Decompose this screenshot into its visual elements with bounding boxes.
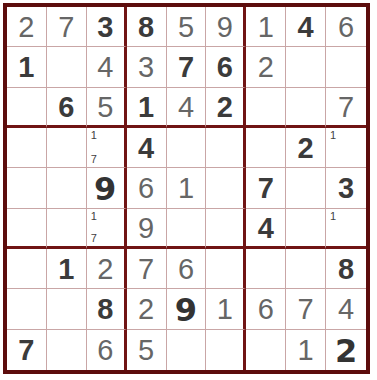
cell-r7c1[interactable] xyxy=(7,249,47,289)
cell-r8c8[interactable]: 7 xyxy=(286,289,326,329)
cell-r3c7[interactable] xyxy=(246,88,286,128)
cell-r7c2[interactable]: 1 xyxy=(47,249,87,289)
cell-r3c3[interactable]: 5 xyxy=(87,88,127,128)
cell-r9c6[interactable] xyxy=(206,330,246,370)
digit-solved: 7 xyxy=(298,295,314,324)
cell-r1c4[interactable]: 8 xyxy=(127,7,167,47)
cell-r1c1[interactable]: 2 xyxy=(7,7,47,47)
cell-r9c1[interactable]: 7 xyxy=(7,330,47,370)
cell-r6c6[interactable] xyxy=(206,209,246,249)
cell-r4c7[interactable] xyxy=(246,128,286,168)
digit-given: 8 xyxy=(97,295,113,324)
cell-r4c2[interactable] xyxy=(47,128,87,168)
cell-r9c9[interactable]: 2 xyxy=(326,330,366,370)
digit-given: 3 xyxy=(97,13,113,42)
cell-r4c3[interactable]: 17 xyxy=(87,128,127,168)
cell-r6c3[interactable]: 17 xyxy=(87,209,127,249)
digit-given: 7 xyxy=(178,53,194,82)
cell-r8c9[interactable]: 4 xyxy=(326,289,366,329)
cell-r7c5[interactable]: 6 xyxy=(167,249,207,289)
digit-solved: 6 xyxy=(338,13,354,42)
cell-r2c9[interactable] xyxy=(326,47,366,87)
cell-r1c8[interactable]: 4 xyxy=(286,7,326,47)
digit-solved: 9 xyxy=(217,13,233,42)
cell-r5c1[interactable] xyxy=(7,168,47,208)
pencil-mark-1: 1 xyxy=(91,130,97,141)
cell-r3c4[interactable]: 1 xyxy=(127,88,167,128)
digit-solved: 4 xyxy=(178,93,194,122)
cell-r3c8[interactable] xyxy=(286,88,326,128)
cell-r9c7[interactable] xyxy=(246,330,286,370)
pencil-mark-7: 7 xyxy=(91,233,97,244)
cell-r1c9[interactable]: 6 xyxy=(326,7,366,47)
digit-solved: 6 xyxy=(178,255,194,284)
cell-r5c2[interactable] xyxy=(47,168,87,208)
digit-solved: 1 xyxy=(298,336,314,365)
cell-r1c7[interactable]: 1 xyxy=(246,7,286,47)
digit-solved: 4 xyxy=(97,53,113,82)
cell-r8c7[interactable]: 6 xyxy=(246,289,286,329)
digit-solved: 1 xyxy=(258,13,274,42)
digit-solved: 5 xyxy=(97,93,113,122)
digit-solved: 3 xyxy=(138,53,154,82)
digit-given: 4 xyxy=(298,13,314,42)
digit-given: 8 xyxy=(338,255,354,284)
digit-solved: 1 xyxy=(178,174,194,203)
cell-r8c1[interactable] xyxy=(7,289,47,329)
cell-r6c1[interactable] xyxy=(7,209,47,249)
cell-r9c5[interactable] xyxy=(167,330,207,370)
cell-r7c4[interactable]: 7 xyxy=(127,249,167,289)
digit-user: 9 xyxy=(94,173,116,205)
digit-given: 2 xyxy=(298,134,314,163)
cell-r8c6[interactable]: 1 xyxy=(206,289,246,329)
digit-given: 6 xyxy=(58,93,74,122)
cell-r2c3[interactable]: 4 xyxy=(87,47,127,87)
digit-solved: 6 xyxy=(258,295,274,324)
digit-given: 1 xyxy=(138,93,154,122)
cell-r5c3[interactable]: 9 xyxy=(87,168,127,208)
digit-solved: 5 xyxy=(178,13,194,42)
cell-r6c8[interactable] xyxy=(286,209,326,249)
cell-r4c5[interactable] xyxy=(167,128,207,168)
cell-r4c6[interactable] xyxy=(206,128,246,168)
digit-solved: 7 xyxy=(58,13,74,42)
cell-r5c5[interactable]: 1 xyxy=(167,168,207,208)
digit-given: 7 xyxy=(258,174,274,203)
cell-r6c5[interactable] xyxy=(167,209,207,249)
cell-r4c4[interactable]: 4 xyxy=(127,128,167,168)
cell-r4c8[interactable]: 2 xyxy=(286,128,326,168)
cell-r1c6[interactable]: 9 xyxy=(206,7,246,47)
digit-solved: 2 xyxy=(258,53,274,82)
digit-solved: 7 xyxy=(338,93,354,122)
cell-r9c4[interactable]: 5 xyxy=(127,330,167,370)
cell-r9c8[interactable]: 1 xyxy=(286,330,326,370)
digit-solved: 7 xyxy=(138,255,154,284)
digit-user: 2 xyxy=(335,335,357,367)
cell-r6c9[interactable]: 1 xyxy=(326,209,366,249)
cell-r2c1[interactable]: 1 xyxy=(7,47,47,87)
digit-given: 2 xyxy=(217,93,233,122)
cell-r2c5[interactable]: 7 xyxy=(167,47,207,87)
cell-r1c5[interactable]: 5 xyxy=(167,7,207,47)
cell-r8c3[interactable]: 8 xyxy=(87,289,127,329)
pencil-mark-1: 1 xyxy=(91,211,97,222)
digit-solved: 6 xyxy=(97,336,113,365)
digit-solved: 9 xyxy=(138,214,154,243)
cell-r3c1[interactable] xyxy=(7,88,47,128)
digit-given: 4 xyxy=(138,134,154,163)
cell-r2c6[interactable]: 6 xyxy=(206,47,246,87)
cell-r7c8[interactable] xyxy=(286,249,326,289)
cell-r7c3[interactable]: 2 xyxy=(87,249,127,289)
cell-r5c8[interactable] xyxy=(286,168,326,208)
cell-r8c4[interactable]: 2 xyxy=(127,289,167,329)
digit-solved: 6 xyxy=(138,174,154,203)
digit-given: 1 xyxy=(58,255,74,284)
cell-r2c7[interactable]: 2 xyxy=(246,47,286,87)
digit-given: 4 xyxy=(258,214,274,243)
cell-r3c9[interactable]: 7 xyxy=(326,88,366,128)
cell-r3c6[interactable]: 2 xyxy=(206,88,246,128)
cell-r5c6[interactable] xyxy=(206,168,246,208)
pencil-mark-7: 7 xyxy=(91,154,97,165)
digit-solved: 2 xyxy=(138,295,154,324)
digit-solved: 1 xyxy=(217,295,233,324)
cell-r6c4[interactable]: 9 xyxy=(127,209,167,249)
cell-r6c7[interactable]: 4 xyxy=(246,209,286,249)
digit-solved: 2 xyxy=(18,13,34,42)
cell-r7c6[interactable] xyxy=(206,249,246,289)
cell-r2c8[interactable] xyxy=(286,47,326,87)
digit-given: 6 xyxy=(217,53,233,82)
cell-r4c1[interactable] xyxy=(7,128,47,168)
cell-r5c4[interactable]: 6 xyxy=(127,168,167,208)
cell-r5c9[interactable]: 3 xyxy=(326,168,366,208)
sudoku-board: 2738591461437626514271742196173179411276… xyxy=(3,3,370,374)
cell-r9c2[interactable] xyxy=(47,330,87,370)
cell-r3c2[interactable]: 6 xyxy=(47,88,87,128)
cell-r2c4[interactable]: 3 xyxy=(127,47,167,87)
cell-r5c7[interactable]: 7 xyxy=(246,168,286,208)
sudoku-app: 2738591461437626514271742196173179411276… xyxy=(0,0,377,380)
cell-r1c2[interactable]: 7 xyxy=(47,7,87,47)
cell-r6c2[interactable] xyxy=(47,209,87,249)
digit-solved: 4 xyxy=(338,295,354,324)
digit-given: 8 xyxy=(138,13,154,42)
cell-r7c9[interactable]: 8 xyxy=(326,249,366,289)
cell-r9c3[interactable]: 6 xyxy=(87,330,127,370)
cell-r1c3[interactable]: 3 xyxy=(87,7,127,47)
cell-r7c7[interactable] xyxy=(246,249,286,289)
digit-given: 1 xyxy=(18,53,34,82)
cell-r8c2[interactable] xyxy=(47,289,87,329)
digit-solved: 2 xyxy=(97,255,113,284)
cell-r4c9[interactable]: 1 xyxy=(326,128,366,168)
cell-r3c5[interactable]: 4 xyxy=(167,88,207,128)
digit-solved: 5 xyxy=(138,336,154,365)
cell-r8c5[interactable]: 9 xyxy=(167,289,207,329)
digit-given: 3 xyxy=(338,174,354,203)
pencil-mark-1: 1 xyxy=(330,130,336,141)
digit-given: 7 xyxy=(18,336,34,365)
cell-r2c2[interactable] xyxy=(47,47,87,87)
pencil-mark-1: 1 xyxy=(330,211,336,222)
digit-user: 9 xyxy=(175,294,197,326)
